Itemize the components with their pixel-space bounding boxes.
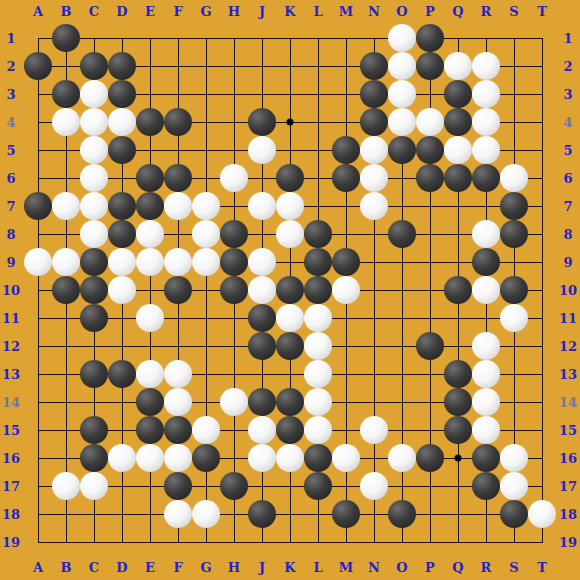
white-stone bbox=[52, 472, 80, 500]
black-stone bbox=[108, 192, 136, 220]
white-stone bbox=[472, 136, 500, 164]
white-stone bbox=[472, 360, 500, 388]
white-stone bbox=[108, 108, 136, 136]
black-stone bbox=[52, 24, 80, 52]
column-bottom-label: L bbox=[313, 561, 322, 574]
white-stone bbox=[416, 108, 444, 136]
white-stone bbox=[276, 444, 304, 472]
white-stone bbox=[472, 332, 500, 360]
row-left-label: 13 bbox=[2, 368, 20, 381]
white-stone bbox=[136, 444, 164, 472]
black-stone bbox=[332, 500, 360, 528]
black-stone bbox=[80, 416, 108, 444]
black-stone bbox=[360, 52, 388, 80]
white-stone bbox=[500, 304, 528, 332]
column-bottom-label: H bbox=[228, 561, 240, 574]
black-stone bbox=[136, 164, 164, 192]
row-left-label: 6 bbox=[6, 172, 15, 185]
column-top-label: Q bbox=[452, 5, 463, 18]
black-stone bbox=[416, 444, 444, 472]
white-stone bbox=[500, 472, 528, 500]
white-stone bbox=[500, 444, 528, 472]
row-right-label: 9 bbox=[563, 256, 572, 269]
white-stone bbox=[248, 136, 276, 164]
black-stone bbox=[500, 192, 528, 220]
white-stone bbox=[388, 108, 416, 136]
black-stone bbox=[220, 276, 248, 304]
white-stone bbox=[136, 248, 164, 276]
black-stone bbox=[80, 276, 108, 304]
row-left-label: 10 bbox=[2, 284, 20, 297]
column-bottom-label: E bbox=[145, 561, 155, 574]
column-top-label: D bbox=[116, 5, 127, 18]
white-stone bbox=[248, 276, 276, 304]
black-stone bbox=[500, 220, 528, 248]
white-stone bbox=[164, 388, 192, 416]
grid-line-horizontal bbox=[38, 542, 543, 543]
column-bottom-label: P bbox=[425, 561, 435, 574]
column-top-label: T bbox=[537, 5, 547, 18]
white-stone bbox=[360, 136, 388, 164]
black-stone bbox=[416, 136, 444, 164]
white-stone bbox=[80, 164, 108, 192]
black-stone bbox=[416, 332, 444, 360]
row-left-label: 15 bbox=[2, 424, 20, 437]
black-stone bbox=[444, 388, 472, 416]
column-top-label: N bbox=[368, 5, 380, 18]
column-bottom-label: M bbox=[339, 561, 353, 574]
black-stone bbox=[472, 164, 500, 192]
white-stone bbox=[164, 444, 192, 472]
white-stone bbox=[332, 276, 360, 304]
row-left-label: 12 bbox=[2, 340, 20, 353]
white-stone bbox=[164, 500, 192, 528]
column-top-label: P bbox=[425, 5, 435, 18]
star-point bbox=[287, 119, 294, 126]
row-right-label: 8 bbox=[563, 228, 572, 241]
black-stone bbox=[276, 332, 304, 360]
column-bottom-label: G bbox=[200, 561, 211, 574]
black-stone bbox=[52, 80, 80, 108]
white-stone bbox=[164, 192, 192, 220]
white-stone bbox=[388, 24, 416, 52]
white-stone bbox=[248, 248, 276, 276]
column-top-label: A bbox=[33, 5, 43, 18]
row-left-label: 3 bbox=[6, 88, 15, 101]
column-top-label: C bbox=[89, 5, 99, 18]
black-stone bbox=[108, 136, 136, 164]
white-stone bbox=[248, 192, 276, 220]
black-stone bbox=[444, 164, 472, 192]
white-stone bbox=[388, 80, 416, 108]
row-right-label: 19 bbox=[559, 536, 577, 549]
row-left-label: 8 bbox=[6, 228, 15, 241]
black-stone bbox=[136, 192, 164, 220]
row-left-label: 2 bbox=[6, 60, 15, 73]
white-stone bbox=[304, 416, 332, 444]
white-stone bbox=[80, 220, 108, 248]
white-stone bbox=[472, 416, 500, 444]
white-stone bbox=[136, 360, 164, 388]
white-stone bbox=[276, 192, 304, 220]
star-point bbox=[455, 455, 462, 462]
black-stone bbox=[164, 164, 192, 192]
column-bottom-label: N bbox=[368, 561, 380, 574]
black-stone bbox=[80, 444, 108, 472]
black-stone bbox=[136, 388, 164, 416]
white-stone bbox=[472, 108, 500, 136]
column-bottom-label: A bbox=[33, 561, 43, 574]
row-right-label: 12 bbox=[559, 340, 577, 353]
black-stone bbox=[136, 108, 164, 136]
black-stone bbox=[444, 80, 472, 108]
black-stone bbox=[108, 52, 136, 80]
black-stone bbox=[472, 472, 500, 500]
black-stone bbox=[416, 164, 444, 192]
column-bottom-label: C bbox=[89, 561, 99, 574]
black-stone bbox=[80, 52, 108, 80]
black-stone bbox=[332, 248, 360, 276]
row-right-label: 7 bbox=[563, 200, 572, 213]
black-stone bbox=[444, 276, 472, 304]
white-stone bbox=[388, 444, 416, 472]
row-left-label: 16 bbox=[2, 452, 20, 465]
black-stone bbox=[304, 248, 332, 276]
black-stone bbox=[472, 248, 500, 276]
white-stone bbox=[192, 192, 220, 220]
white-stone bbox=[304, 332, 332, 360]
white-stone bbox=[332, 444, 360, 472]
white-stone bbox=[248, 444, 276, 472]
black-stone bbox=[192, 444, 220, 472]
white-stone bbox=[192, 248, 220, 276]
white-stone bbox=[108, 444, 136, 472]
column-top-label: E bbox=[145, 5, 155, 18]
black-stone bbox=[24, 52, 52, 80]
column-bottom-label: J bbox=[259, 561, 265, 574]
black-stone bbox=[360, 80, 388, 108]
row-right-label: 18 bbox=[559, 508, 577, 521]
white-stone bbox=[80, 108, 108, 136]
white-stone bbox=[108, 248, 136, 276]
white-stone bbox=[360, 416, 388, 444]
row-right-label: 13 bbox=[559, 368, 577, 381]
row-left-label: 19 bbox=[2, 536, 20, 549]
white-stone bbox=[24, 248, 52, 276]
grid-line-vertical bbox=[542, 38, 543, 543]
black-stone bbox=[304, 444, 332, 472]
black-stone bbox=[304, 220, 332, 248]
white-stone bbox=[164, 248, 192, 276]
black-stone bbox=[164, 416, 192, 444]
white-stone bbox=[80, 192, 108, 220]
row-left-label: 5 bbox=[6, 144, 15, 157]
black-stone bbox=[164, 472, 192, 500]
row-left-label: 18 bbox=[2, 508, 20, 521]
column-top-label: H bbox=[228, 5, 240, 18]
white-stone bbox=[80, 80, 108, 108]
column-bottom-label: F bbox=[173, 561, 182, 574]
white-stone bbox=[80, 136, 108, 164]
goban[interactable]: AABBCCDDEEFFGGHHJJKKLLMMNNOOPPQQRRSSTT11… bbox=[0, 0, 580, 580]
white-stone bbox=[248, 416, 276, 444]
black-stone bbox=[108, 80, 136, 108]
black-stone bbox=[304, 276, 332, 304]
row-left-label: 7 bbox=[6, 200, 15, 213]
black-stone bbox=[164, 108, 192, 136]
column-top-label: O bbox=[396, 5, 407, 18]
white-stone bbox=[192, 220, 220, 248]
black-stone bbox=[24, 192, 52, 220]
white-stone bbox=[444, 52, 472, 80]
white-stone bbox=[528, 500, 556, 528]
black-stone bbox=[220, 472, 248, 500]
column-bottom-label: K bbox=[284, 561, 295, 574]
column-bottom-label: S bbox=[509, 561, 518, 574]
column-top-label: F bbox=[173, 5, 182, 18]
column-top-label: L bbox=[313, 5, 322, 18]
black-stone bbox=[444, 360, 472, 388]
black-stone bbox=[80, 248, 108, 276]
black-stone bbox=[248, 304, 276, 332]
column-top-label: G bbox=[200, 5, 211, 18]
white-stone bbox=[164, 360, 192, 388]
black-stone bbox=[248, 388, 276, 416]
column-bottom-label: T bbox=[537, 561, 547, 574]
black-stone bbox=[332, 136, 360, 164]
white-stone bbox=[304, 360, 332, 388]
row-right-label: 16 bbox=[559, 452, 577, 465]
white-stone bbox=[304, 388, 332, 416]
black-stone bbox=[444, 416, 472, 444]
black-stone bbox=[80, 304, 108, 332]
row-right-label: 5 bbox=[563, 144, 572, 157]
row-left-label: 1 bbox=[6, 32, 15, 45]
column-top-label: J bbox=[259, 5, 265, 18]
white-stone bbox=[192, 500, 220, 528]
row-right-label: 2 bbox=[563, 60, 572, 73]
column-top-label: M bbox=[339, 5, 353, 18]
black-stone bbox=[416, 24, 444, 52]
black-stone bbox=[52, 276, 80, 304]
white-stone bbox=[472, 388, 500, 416]
white-stone bbox=[472, 52, 500, 80]
black-stone bbox=[388, 500, 416, 528]
black-stone bbox=[248, 500, 276, 528]
row-right-label: 14 bbox=[559, 396, 577, 409]
row-right-label: 1 bbox=[563, 32, 572, 45]
white-stone bbox=[472, 276, 500, 304]
black-stone bbox=[500, 276, 528, 304]
grid-line-horizontal bbox=[38, 486, 543, 487]
column-bottom-label: O bbox=[396, 561, 407, 574]
white-stone bbox=[220, 164, 248, 192]
white-stone bbox=[136, 220, 164, 248]
black-stone bbox=[164, 276, 192, 304]
white-stone bbox=[52, 192, 80, 220]
black-stone bbox=[500, 500, 528, 528]
black-stone bbox=[276, 164, 304, 192]
row-right-label: 10 bbox=[559, 284, 577, 297]
black-stone bbox=[136, 416, 164, 444]
white-stone bbox=[80, 472, 108, 500]
white-stone bbox=[388, 52, 416, 80]
column-top-label: R bbox=[481, 5, 492, 18]
column-bottom-label: Q bbox=[452, 561, 463, 574]
black-stone bbox=[276, 416, 304, 444]
column-bottom-label: R bbox=[481, 561, 492, 574]
white-stone bbox=[472, 80, 500, 108]
white-stone bbox=[444, 136, 472, 164]
row-right-label: 6 bbox=[563, 172, 572, 185]
black-stone bbox=[80, 360, 108, 388]
white-stone bbox=[360, 164, 388, 192]
white-stone bbox=[276, 304, 304, 332]
white-stone bbox=[108, 276, 136, 304]
column-top-label: S bbox=[509, 5, 518, 18]
row-left-label: 9 bbox=[6, 256, 15, 269]
row-right-label: 15 bbox=[559, 424, 577, 437]
column-bottom-label: D bbox=[116, 561, 127, 574]
black-stone bbox=[248, 332, 276, 360]
white-stone bbox=[360, 192, 388, 220]
black-stone bbox=[444, 108, 472, 136]
column-top-label: K bbox=[284, 5, 295, 18]
white-stone bbox=[136, 304, 164, 332]
black-stone bbox=[220, 220, 248, 248]
row-left-label: 17 bbox=[2, 480, 20, 493]
black-stone bbox=[220, 248, 248, 276]
grid-line-horizontal bbox=[38, 514, 543, 515]
white-stone bbox=[360, 472, 388, 500]
row-left-label: 11 bbox=[2, 312, 20, 325]
black-stone bbox=[248, 108, 276, 136]
column-bottom-label: B bbox=[61, 561, 72, 574]
white-stone bbox=[472, 220, 500, 248]
white-stone bbox=[192, 416, 220, 444]
row-right-label: 3 bbox=[563, 88, 572, 101]
row-left-label: 14 bbox=[2, 396, 20, 409]
row-right-label: 17 bbox=[559, 480, 577, 493]
white-stone bbox=[52, 108, 80, 136]
black-stone bbox=[472, 444, 500, 472]
black-stone bbox=[360, 108, 388, 136]
white-stone bbox=[500, 164, 528, 192]
black-stone bbox=[304, 472, 332, 500]
black-stone bbox=[332, 164, 360, 192]
white-stone bbox=[52, 248, 80, 276]
column-top-label: B bbox=[61, 5, 72, 18]
row-left-label: 4 bbox=[6, 116, 15, 129]
row-right-label: 11 bbox=[559, 312, 577, 325]
black-stone bbox=[276, 276, 304, 304]
white-stone bbox=[304, 304, 332, 332]
white-stone bbox=[276, 220, 304, 248]
black-stone bbox=[108, 220, 136, 248]
black-stone bbox=[388, 136, 416, 164]
black-stone bbox=[108, 360, 136, 388]
black-stone bbox=[416, 52, 444, 80]
white-stone bbox=[220, 388, 248, 416]
black-stone bbox=[276, 388, 304, 416]
black-stone bbox=[388, 220, 416, 248]
row-right-label: 4 bbox=[563, 116, 572, 129]
